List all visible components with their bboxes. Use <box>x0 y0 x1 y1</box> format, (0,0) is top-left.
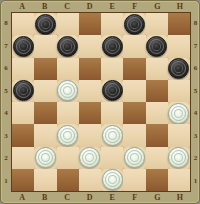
file-label-h: H <box>169 1 192 12</box>
checkers-board <box>11 12 191 192</box>
rank-label-6: 6 <box>191 57 200 80</box>
rank-label-8: 8 <box>1 12 11 35</box>
rank-label-2: 2 <box>1 147 11 170</box>
square-b7 <box>34 35 56 57</box>
square-a2 <box>12 147 34 169</box>
square-e8 <box>101 13 123 35</box>
square-g7[interactable] <box>146 35 168 57</box>
file-label-f: F <box>124 192 147 204</box>
square-b8[interactable] <box>34 13 56 35</box>
white-man-c5[interactable] <box>57 80 78 101</box>
square-c3[interactable] <box>57 124 79 146</box>
board-frame: ABCDEFGH 87654321 87654321 ABCDEFGH <box>0 0 200 204</box>
square-f4[interactable] <box>123 102 145 124</box>
file-label-e: E <box>101 192 124 204</box>
square-c7[interactable] <box>57 35 79 57</box>
square-g8 <box>146 13 168 35</box>
white-man-f2[interactable] <box>124 147 145 168</box>
square-d6[interactable] <box>79 58 101 80</box>
square-f1 <box>123 169 145 191</box>
white-man-d2[interactable] <box>79 147 100 168</box>
rank-label-5: 5 <box>1 80 11 103</box>
rank-label-2: 2 <box>191 147 200 170</box>
square-g2 <box>146 147 168 169</box>
square-e1[interactable] <box>101 169 123 191</box>
square-g5[interactable] <box>146 80 168 102</box>
rank-labels-right: 87654321 <box>191 12 200 192</box>
square-b3 <box>34 124 56 146</box>
rank-labels-left: 87654321 <box>1 12 11 192</box>
white-man-e1[interactable] <box>102 169 123 190</box>
white-man-c3[interactable] <box>57 125 78 146</box>
file-label-b: B <box>34 1 57 12</box>
black-man-a7[interactable] <box>13 36 34 57</box>
rank-label-4: 4 <box>1 102 11 125</box>
square-f8[interactable] <box>123 13 145 35</box>
square-a4 <box>12 102 34 124</box>
square-b6[interactable] <box>34 58 56 80</box>
rank-label-7: 7 <box>1 35 11 58</box>
square-g1[interactable] <box>146 169 168 191</box>
rank-label-1: 1 <box>1 170 11 193</box>
square-g4 <box>146 102 168 124</box>
rank-label-3: 3 <box>1 125 11 148</box>
file-label-f: F <box>124 1 147 12</box>
square-c2 <box>57 147 79 169</box>
square-h1 <box>168 169 190 191</box>
square-g3[interactable] <box>146 124 168 146</box>
square-a6 <box>12 58 34 80</box>
black-man-c7[interactable] <box>57 36 78 57</box>
square-d2[interactable] <box>79 147 101 169</box>
square-h6[interactable] <box>168 58 190 80</box>
rank-label-6: 6 <box>1 57 11 80</box>
black-man-f8[interactable] <box>124 14 145 35</box>
black-man-a5[interactable] <box>13 80 34 101</box>
square-h7 <box>168 35 190 57</box>
square-d7 <box>79 35 101 57</box>
file-label-d: D <box>79 192 102 204</box>
square-c8 <box>57 13 79 35</box>
file-label-a: A <box>11 1 34 12</box>
square-d1 <box>79 169 101 191</box>
black-man-e7[interactable] <box>102 36 123 57</box>
file-label-c: C <box>56 1 79 12</box>
white-man-h4[interactable] <box>168 103 189 124</box>
file-label-g: G <box>146 192 169 204</box>
square-a7[interactable] <box>12 35 34 57</box>
rank-label-7: 7 <box>191 35 200 58</box>
square-d4[interactable] <box>79 102 101 124</box>
square-h2[interactable] <box>168 147 190 169</box>
square-a3[interactable] <box>12 124 34 146</box>
square-c1[interactable] <box>57 169 79 191</box>
square-h3 <box>168 124 190 146</box>
square-e7[interactable] <box>101 35 123 57</box>
square-b5 <box>34 80 56 102</box>
square-b2[interactable] <box>34 147 56 169</box>
black-man-e5[interactable] <box>102 80 123 101</box>
square-e2 <box>101 147 123 169</box>
square-f2[interactable] <box>123 147 145 169</box>
square-a1[interactable] <box>12 169 34 191</box>
rank-label-3: 3 <box>191 125 200 148</box>
rank-label-5: 5 <box>191 80 200 103</box>
white-man-b2[interactable] <box>35 147 56 168</box>
black-man-g7[interactable] <box>146 36 167 57</box>
file-label-c: C <box>56 192 79 204</box>
file-labels-bottom: ABCDEFGH <box>11 192 191 204</box>
square-a8 <box>12 13 34 35</box>
square-h4[interactable] <box>168 102 190 124</box>
square-c4 <box>57 102 79 124</box>
file-label-e: E <box>101 1 124 12</box>
square-c6 <box>57 58 79 80</box>
square-e3[interactable] <box>101 124 123 146</box>
file-label-a: A <box>11 192 34 204</box>
square-d8[interactable] <box>79 13 101 35</box>
square-f7 <box>123 35 145 57</box>
square-a5[interactable] <box>12 80 34 102</box>
square-b4[interactable] <box>34 102 56 124</box>
rank-label-4: 4 <box>191 102 200 125</box>
square-e4 <box>101 102 123 124</box>
rank-label-8: 8 <box>191 12 200 35</box>
file-label-d: D <box>79 1 102 12</box>
white-man-h2[interactable] <box>168 147 189 168</box>
square-g6 <box>146 58 168 80</box>
file-labels-top: ABCDEFGH <box>11 1 191 12</box>
square-f6[interactable] <box>123 58 145 80</box>
black-man-h6[interactable] <box>168 58 189 79</box>
square-d3 <box>79 124 101 146</box>
square-f3 <box>123 124 145 146</box>
file-label-h: H <box>169 192 192 204</box>
square-e5[interactable] <box>101 80 123 102</box>
rank-label-1: 1 <box>191 170 200 193</box>
square-f5 <box>123 80 145 102</box>
white-man-e3[interactable] <box>102 125 123 146</box>
file-label-b: B <box>34 192 57 204</box>
square-h5 <box>168 80 190 102</box>
square-c5[interactable] <box>57 80 79 102</box>
square-h8[interactable] <box>168 13 190 35</box>
square-d5 <box>79 80 101 102</box>
file-label-g: G <box>146 1 169 12</box>
black-man-b8[interactable] <box>35 14 56 35</box>
square-b1 <box>34 169 56 191</box>
square-e6 <box>101 58 123 80</box>
